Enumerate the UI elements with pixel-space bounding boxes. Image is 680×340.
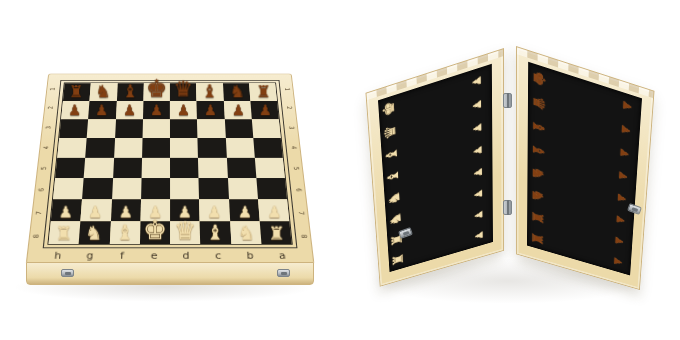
rank-label-3: 3 <box>277 123 305 132</box>
square-e2: ♟ <box>143 101 170 119</box>
square-a8: ♜ <box>259 221 291 244</box>
square-a7: ♟ <box>258 199 289 221</box>
light-pawn: ♟ <box>208 205 222 221</box>
light-knight: ♞ <box>237 224 254 243</box>
stored-light-pawn: ♟ <box>474 166 485 179</box>
square-a5 <box>255 158 285 178</box>
file-label-d: d <box>170 251 202 260</box>
square-b6 <box>227 178 257 199</box>
box-panel-dark-pieces: ♚♟♛♟♝♟♝♟♞♟♞♟♜♟♜♟ <box>516 46 655 290</box>
box-panel-light-pieces: ♚♟♛♟♝♟♝♟♞♟♞♟♜♟♜♟ <box>365 48 504 287</box>
square-c6 <box>199 178 229 199</box>
board-front-edge <box>26 262 314 285</box>
dark-knight: ♞ <box>95 83 110 100</box>
rank-label-2: 2 <box>275 103 303 112</box>
light-queen: ♛ <box>174 218 196 243</box>
square-g1: ♞ <box>90 83 118 101</box>
product-photo-scene: 12345678 ♜♞♝♚♛♝♞♜♟♟♟♟♟♟♟♟♟♟♟♟♟♟♟♟♜♞♝♚♛♝♞… <box>0 0 680 340</box>
square-b3 <box>224 119 253 138</box>
dark-queen: ♛ <box>174 78 194 100</box>
stored-dark-knight: ♞ <box>530 164 545 182</box>
square-c1: ♝ <box>196 83 223 101</box>
file-label-b: b <box>234 251 267 260</box>
square-b7: ♟ <box>229 199 260 221</box>
file-label-e: e <box>138 251 170 260</box>
stored-dark-bishop: ♝ <box>530 141 545 159</box>
stored-dark-rook: ♜ <box>530 230 545 246</box>
storage-box-open: ♚♟♛♟♝♟♝♟♞♟♞♟♜♟♜♟ ♚♟♛♟♝♟♝♟♞♟♞♟♜♟♜♟ <box>348 22 680 322</box>
square-d4 <box>170 138 198 158</box>
square-e1: ♚ <box>143 83 170 101</box>
board-grid: ♜♞♝♚♛♝♞♜♟♟♟♟♟♟♟♟♟♟♟♟♟♟♟♟♜♞♝♚♛♝♞♜ <box>47 83 292 245</box>
board-clasp-left <box>61 269 74 277</box>
box-hinge-top <box>503 93 512 108</box>
dark-knight: ♞ <box>229 83 244 100</box>
chess-board-assembly: 12345678 ♜♞♝♚♛♝♞♜♟♟♟♟♟♟♟♟♟♟♟♟♟♟♟♟♜♞♝♚♛♝♞… <box>14 0 326 310</box>
playing-area: ♜♞♝♚♛♝♞♜♟♟♟♟♟♟♟♟♟♟♟♟♟♟♟♟♜♞♝♚♛♝♞♜ <box>43 80 298 248</box>
rank-label-2: 2 <box>37 103 65 112</box>
square-e8: ♚ <box>140 221 170 244</box>
stored-dark-rook: ♜ <box>530 208 545 225</box>
rank-label-4: 4 <box>32 143 61 152</box>
square-d5 <box>170 158 199 178</box>
square-f5 <box>113 158 142 178</box>
stored-dark-pawn: ♟ <box>615 214 626 226</box>
square-b4 <box>225 138 254 158</box>
board-clasp-right <box>277 269 290 277</box>
dark-pawn: ♟ <box>96 104 109 118</box>
square-e5 <box>141 158 170 178</box>
chess-board: 12345678 ♜♞♝♚♛♝♞♜♟♟♟♟♟♟♟♟♟♟♟♟♟♟♟♟♜♞♝♚♛♝♞… <box>26 74 312 263</box>
stored-light-bishop: ♝ <box>384 145 400 163</box>
square-c4 <box>198 138 227 158</box>
square-e3 <box>142 119 170 138</box>
square-h5 <box>55 158 85 178</box>
dark-pawn: ♟ <box>123 104 136 118</box>
stored-dark-pawn: ♟ <box>616 192 627 204</box>
light-bishop: ♝ <box>206 223 224 243</box>
stored-light-pawn: ♟ <box>472 74 483 88</box>
box-hinge-bottom <box>503 200 512 215</box>
dark-king: ♚ <box>146 77 167 101</box>
light-knight: ♞ <box>85 224 102 243</box>
square-a6 <box>256 178 287 199</box>
square-f2: ♟ <box>116 101 144 119</box>
stored-light-bishop: ♝ <box>386 168 402 186</box>
square-g6 <box>82 178 112 199</box>
stored-dark-pawn: ♟ <box>613 256 623 267</box>
dark-bishop: ♝ <box>122 82 138 100</box>
light-pawn: ♟ <box>237 205 251 221</box>
square-h8: ♜ <box>49 221 81 244</box>
square-h6 <box>53 178 84 199</box>
file-label-h: h <box>41 251 74 260</box>
light-pawn: ♟ <box>89 205 103 221</box>
square-d3 <box>170 119 198 138</box>
light-pawn: ♟ <box>59 205 73 221</box>
square-h2: ♟ <box>61 101 90 119</box>
square-h4 <box>57 138 87 158</box>
square-f4 <box>114 138 143 158</box>
square-c7: ♟ <box>199 199 229 221</box>
stored-dark-king: ♚ <box>531 68 547 88</box>
stored-light-king: ♚ <box>381 99 397 118</box>
stored-light-knight: ♞ <box>387 189 402 206</box>
square-h7: ♟ <box>51 199 82 221</box>
stored-dark-pawn: ♟ <box>622 99 633 112</box>
square-h3 <box>59 119 88 138</box>
dark-pawn: ♟ <box>231 104 244 118</box>
square-b5 <box>226 158 256 178</box>
square-d2: ♟ <box>170 101 197 119</box>
stored-dark-pawn: ♟ <box>619 147 630 160</box>
square-d8: ♛ <box>170 221 200 244</box>
felt-tray-dark: ♚♟♛♟♝♟♝♟♞♟♞♟♜♟♜♟ <box>527 62 642 276</box>
board-wood-frame: 12345678 ♜♞♝♚♛♝♞♜♟♟♟♟♟♟♟♟♟♟♟♟♟♟♟♟♜♞♝♚♛♝♞… <box>26 74 315 264</box>
stored-light-pawn: ♟ <box>475 230 485 242</box>
file-label-a: a <box>266 251 299 260</box>
stored-dark-queen: ♛ <box>531 93 547 112</box>
stored-light-pawn: ♟ <box>474 188 485 200</box>
stored-light-pawn: ♟ <box>472 98 483 112</box>
dark-rook: ♜ <box>69 84 83 100</box>
file-label-g: g <box>74 251 107 260</box>
file-label-c: c <box>202 251 234 260</box>
square-g8: ♞ <box>79 221 111 244</box>
square-g5 <box>84 158 114 178</box>
light-rook: ♜ <box>56 225 72 243</box>
square-f7: ♟ <box>110 199 140 221</box>
rank-label-1: 1 <box>273 85 300 93</box>
light-king: ♚ <box>143 216 167 243</box>
square-e4 <box>142 138 170 158</box>
light-pawn: ♟ <box>267 205 281 221</box>
square-b8: ♞ <box>230 221 262 244</box>
stored-dark-knight: ♞ <box>530 186 545 203</box>
light-bishop: ♝ <box>115 223 133 243</box>
stored-light-queen: ♛ <box>383 123 399 142</box>
stored-dark-pawn: ♟ <box>618 170 629 182</box>
square-c3 <box>197 119 225 138</box>
square-f6 <box>112 178 142 199</box>
dark-pawn: ♟ <box>259 104 272 118</box>
square-g4 <box>85 138 114 158</box>
square-f8: ♝ <box>109 221 140 244</box>
square-b1: ♞ <box>223 83 251 101</box>
dark-pawn: ♟ <box>150 104 163 118</box>
square-g7: ♟ <box>81 199 112 221</box>
square-d6 <box>170 178 199 199</box>
rank-label-1: 1 <box>40 85 67 93</box>
square-c5 <box>198 158 227 178</box>
square-h1: ♜ <box>63 83 91 101</box>
dark-rook: ♜ <box>256 84 270 100</box>
stored-light-pawn: ♟ <box>474 209 484 221</box>
dark-pawn: ♟ <box>204 104 217 118</box>
stored-light-rook: ♜ <box>391 251 406 267</box>
square-d1: ♛ <box>170 83 197 101</box>
square-g3 <box>87 119 116 138</box>
rank-label-3: 3 <box>35 123 63 132</box>
square-f1: ♝ <box>116 83 143 101</box>
square-f3 <box>115 119 143 138</box>
felt-tray-light: ♚♟♛♟♝♟♝♟♞♟♞♟♜♟♜♟ <box>378 64 493 272</box>
dark-pawn: ♟ <box>177 104 190 118</box>
stored-dark-pawn: ♟ <box>614 235 625 247</box>
stored-dark-pawn: ♟ <box>620 123 631 136</box>
dark-bishop: ♝ <box>202 82 218 100</box>
square-c2: ♟ <box>197 101 225 119</box>
stored-light-pawn: ♟ <box>473 121 484 134</box>
rank-label-4: 4 <box>279 143 308 152</box>
light-rook: ♜ <box>268 225 284 243</box>
file-label-f: f <box>106 251 138 260</box>
stored-light-pawn: ♟ <box>473 144 484 157</box>
file-labels-bottom: hgfedcba <box>41 248 299 263</box>
stored-dark-bishop: ♝ <box>531 117 547 136</box>
light-pawn: ♟ <box>118 205 132 221</box>
square-g2: ♟ <box>88 101 116 119</box>
dark-pawn: ♟ <box>68 104 81 118</box>
square-e6 <box>141 178 170 199</box>
square-b2: ♟ <box>223 101 251 119</box>
square-c8: ♝ <box>200 221 231 244</box>
stored-light-knight: ♞ <box>388 210 403 227</box>
